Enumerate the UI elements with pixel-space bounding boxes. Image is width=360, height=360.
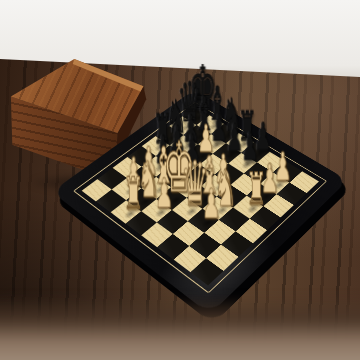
white-pawn[interactable]: ♟ <box>201 184 220 226</box>
white-rook[interactable]: ♜ <box>123 172 144 217</box>
white-pawn[interactable]: ♟ <box>154 174 173 215</box>
chess-set-photo: ♜♞♛♚♟♟♟♟♟♝♝♜♞♝♟♟♟♞♟♚♟♜♛♝♟♟♟♟♞♜♟♟ <box>0 0 360 360</box>
black-pawn[interactable]: ♟ <box>241 129 259 168</box>
white-rook[interactable]: ♜ <box>246 167 266 212</box>
